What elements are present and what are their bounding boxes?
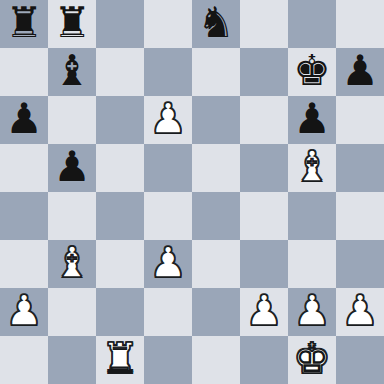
square-a5[interactable] <box>0 144 48 192</box>
square-a2[interactable]: ♟ <box>0 288 48 336</box>
square-a3[interactable] <box>0 240 48 288</box>
black-knight[interactable]: ♞ <box>197 0 235 47</box>
white-pawn[interactable]: ♟ <box>245 288 283 335</box>
square-h3[interactable] <box>336 240 384 288</box>
square-h4[interactable] <box>336 192 384 240</box>
square-e2[interactable] <box>192 288 240 336</box>
square-d4[interactable] <box>144 192 192 240</box>
square-e1[interactable] <box>192 336 240 384</box>
square-b4[interactable] <box>48 192 96 240</box>
square-g1[interactable]: ♚ <box>288 336 336 384</box>
square-f4[interactable] <box>240 192 288 240</box>
square-g5[interactable]: ♝ <box>288 144 336 192</box>
square-a1[interactable] <box>0 336 48 384</box>
white-pawn[interactable]: ♟ <box>5 288 43 335</box>
square-f5[interactable] <box>240 144 288 192</box>
black-bishop[interactable]: ♝ <box>53 48 91 95</box>
square-e5[interactable] <box>192 144 240 192</box>
square-h2[interactable]: ♟ <box>336 288 384 336</box>
square-d5[interactable] <box>144 144 192 192</box>
square-c8[interactable] <box>96 0 144 48</box>
square-c6[interactable] <box>96 96 144 144</box>
square-c7[interactable] <box>96 48 144 96</box>
square-h7[interactable]: ♟ <box>336 48 384 96</box>
square-e8[interactable]: ♞ <box>192 0 240 48</box>
square-c2[interactable] <box>96 288 144 336</box>
square-c1[interactable]: ♜ <box>96 336 144 384</box>
black-rook[interactable]: ♜ <box>5 0 43 47</box>
square-h6[interactable] <box>336 96 384 144</box>
square-h8[interactable] <box>336 0 384 48</box>
black-pawn[interactable]: ♟ <box>293 96 331 143</box>
square-f2[interactable]: ♟ <box>240 288 288 336</box>
square-f3[interactable] <box>240 240 288 288</box>
square-d3[interactable]: ♟ <box>144 240 192 288</box>
chess-board: ♜♜♞♝♚♟♟♟♟♟♝♝♟♟♟♟♟♜♚ <box>0 0 384 384</box>
square-f1[interactable] <box>240 336 288 384</box>
square-h1[interactable] <box>336 336 384 384</box>
square-d6[interactable]: ♟ <box>144 96 192 144</box>
square-a8[interactable]: ♜ <box>0 0 48 48</box>
square-f8[interactable] <box>240 0 288 48</box>
square-b1[interactable] <box>48 336 96 384</box>
white-bishop[interactable]: ♝ <box>53 240 91 287</box>
black-pawn[interactable]: ♟ <box>53 144 91 191</box>
square-b2[interactable] <box>48 288 96 336</box>
square-b8[interactable]: ♜ <box>48 0 96 48</box>
white-pawn[interactable]: ♟ <box>341 288 379 335</box>
square-a4[interactable] <box>0 192 48 240</box>
black-rook[interactable]: ♜ <box>53 0 91 47</box>
square-g7[interactable]: ♚ <box>288 48 336 96</box>
black-king[interactable]: ♚ <box>293 48 331 95</box>
square-h5[interactable] <box>336 144 384 192</box>
white-pawn[interactable]: ♟ <box>149 240 187 287</box>
square-g4[interactable] <box>288 192 336 240</box>
square-g3[interactable] <box>288 240 336 288</box>
square-f6[interactable] <box>240 96 288 144</box>
square-c4[interactable] <box>96 192 144 240</box>
square-b7[interactable]: ♝ <box>48 48 96 96</box>
square-e6[interactable] <box>192 96 240 144</box>
square-b5[interactable]: ♟ <box>48 144 96 192</box>
square-d8[interactable] <box>144 0 192 48</box>
square-g6[interactable]: ♟ <box>288 96 336 144</box>
white-pawn[interactable]: ♟ <box>149 96 187 143</box>
black-pawn[interactable]: ♟ <box>5 96 43 143</box>
square-a7[interactable] <box>0 48 48 96</box>
white-bishop[interactable]: ♝ <box>293 144 331 191</box>
square-e4[interactable] <box>192 192 240 240</box>
square-d1[interactable] <box>144 336 192 384</box>
square-c5[interactable] <box>96 144 144 192</box>
square-a6[interactable]: ♟ <box>0 96 48 144</box>
square-g8[interactable] <box>288 0 336 48</box>
black-pawn[interactable]: ♟ <box>341 48 379 95</box>
square-d2[interactable] <box>144 288 192 336</box>
square-b6[interactable] <box>48 96 96 144</box>
square-d7[interactable] <box>144 48 192 96</box>
square-e3[interactable] <box>192 240 240 288</box>
square-b3[interactable]: ♝ <box>48 240 96 288</box>
white-pawn[interactable]: ♟ <box>293 288 331 335</box>
square-e7[interactable] <box>192 48 240 96</box>
white-rook[interactable]: ♜ <box>101 336 139 383</box>
square-g2[interactable]: ♟ <box>288 288 336 336</box>
square-f7[interactable] <box>240 48 288 96</box>
square-c3[interactable] <box>96 240 144 288</box>
white-king[interactable]: ♚ <box>293 336 331 383</box>
